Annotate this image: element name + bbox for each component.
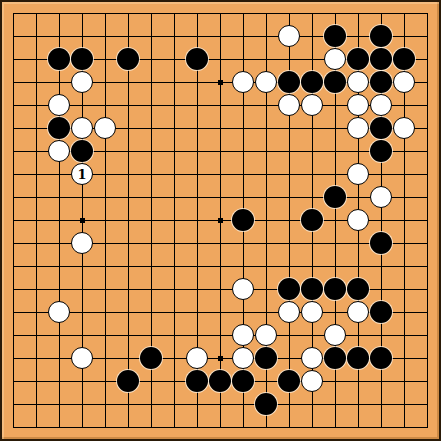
white-stone (255, 324, 277, 346)
black-stone (48, 117, 70, 139)
white-stone (347, 209, 369, 231)
star-point (218, 80, 223, 85)
white-stone (48, 94, 70, 116)
black-stone (278, 278, 300, 300)
white-stone (278, 301, 300, 323)
white-stone (370, 94, 392, 116)
black-stone (278, 71, 300, 93)
board-intersections: 1 (2, 2, 439, 439)
star-point (80, 218, 85, 223)
black-stone (370, 117, 392, 139)
white-stone (278, 94, 300, 116)
white-stone (301, 301, 323, 323)
black-stone (140, 347, 162, 369)
black-stone (209, 370, 231, 392)
black-stone (370, 71, 392, 93)
white-stone (48, 140, 70, 162)
white-stone (370, 186, 392, 208)
white-stone (71, 232, 93, 254)
black-stone (324, 278, 346, 300)
black-stone (370, 25, 392, 47)
white-stone (94, 117, 116, 139)
black-stone (324, 25, 346, 47)
white-stone (71, 347, 93, 369)
black-stone (370, 301, 392, 323)
white-stone (347, 94, 369, 116)
white-stone (232, 324, 254, 346)
white-stone (347, 117, 369, 139)
black-stone (255, 347, 277, 369)
move-number-label: 1 (77, 168, 86, 181)
white-stone-move-1: 1 (71, 163, 93, 185)
white-stone (301, 347, 323, 369)
black-stone (324, 71, 346, 93)
white-stone (393, 117, 415, 139)
black-stone (370, 232, 392, 254)
black-stone (301, 71, 323, 93)
white-stone (347, 301, 369, 323)
star-point (218, 356, 223, 361)
black-stone (278, 370, 300, 392)
black-stone (255, 393, 277, 415)
black-stone (370, 347, 392, 369)
white-stone (71, 71, 93, 93)
white-stone (301, 94, 323, 116)
black-stone (117, 370, 139, 392)
black-stone (324, 347, 346, 369)
black-stone (347, 278, 369, 300)
black-stone (232, 209, 254, 231)
black-stone (347, 48, 369, 70)
white-stone (324, 324, 346, 346)
white-stone (232, 71, 254, 93)
white-stone (71, 117, 93, 139)
white-stone (324, 48, 346, 70)
star-point (218, 218, 223, 223)
black-stone (301, 209, 323, 231)
white-stone (186, 347, 208, 369)
white-stone (301, 370, 323, 392)
white-stone (48, 301, 70, 323)
black-stone (393, 48, 415, 70)
black-stone (370, 48, 392, 70)
white-stone (232, 278, 254, 300)
black-stone (186, 48, 208, 70)
go-board: 1 (0, 0, 441, 441)
black-stone (71, 140, 93, 162)
white-stone (393, 71, 415, 93)
go-diagram: 1 (0, 0, 441, 441)
black-stone (370, 140, 392, 162)
white-stone (255, 71, 277, 93)
black-stone (232, 370, 254, 392)
white-stone (232, 347, 254, 369)
black-stone (48, 48, 70, 70)
black-stone (324, 186, 346, 208)
black-stone (186, 370, 208, 392)
white-stone (347, 71, 369, 93)
white-stone (347, 163, 369, 185)
black-stone (347, 347, 369, 369)
white-stone (278, 25, 300, 47)
black-stone (301, 278, 323, 300)
black-stone (117, 48, 139, 70)
black-stone (71, 48, 93, 70)
